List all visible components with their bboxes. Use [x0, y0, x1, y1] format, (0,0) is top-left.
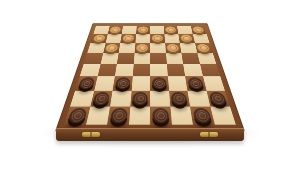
square-c2[interactable]	[110, 90, 131, 106]
checker-light[interactable]	[92, 35, 105, 42]
square-d2[interactable]	[130, 90, 150, 106]
square-f2[interactable]	[169, 90, 190, 106]
square-h4[interactable]	[200, 64, 221, 76]
square-f4[interactable]	[167, 64, 186, 76]
square-d3[interactable]	[131, 76, 150, 90]
checker-dark[interactable]	[78, 78, 95, 90]
square-e1[interactable]	[150, 106, 171, 124]
brass-hinge-icon	[82, 132, 100, 137]
square-b4[interactable]	[97, 64, 117, 76]
product-photo-stage	[0, 0, 300, 169]
checker-dark[interactable]	[208, 92, 227, 105]
checker-dark[interactable]	[152, 108, 169, 123]
checker-light[interactable]	[167, 44, 180, 52]
checker-light[interactable]	[192, 27, 205, 34]
square-e2[interactable]	[150, 90, 170, 106]
square-c7[interactable]	[120, 34, 136, 43]
checker-dark[interactable]	[67, 108, 88, 123]
square-b6[interactable]	[103, 43, 120, 53]
square-b3[interactable]	[94, 76, 115, 90]
square-d4[interactable]	[132, 64, 150, 76]
checker-dark[interactable]	[132, 92, 148, 105]
square-c4[interactable]	[115, 64, 134, 76]
square-f8[interactable]	[164, 26, 179, 34]
checker-dark[interactable]	[110, 108, 128, 123]
square-e3[interactable]	[150, 76, 169, 90]
board-front-rail	[56, 128, 244, 141]
square-c5[interactable]	[117, 53, 134, 64]
checker-light[interactable]	[105, 44, 119, 52]
checker-light[interactable]	[196, 44, 210, 52]
checker-dark[interactable]	[152, 78, 167, 90]
square-h2[interactable]	[206, 90, 230, 106]
square-h6[interactable]	[195, 43, 213, 53]
checker-light[interactable]	[180, 35, 193, 42]
checker-dark[interactable]	[171, 92, 188, 105]
square-c6[interactable]	[119, 43, 135, 53]
square-e7[interactable]	[150, 34, 165, 43]
checker-light[interactable]	[137, 27, 148, 34]
square-h5[interactable]	[197, 53, 216, 64]
checker-light[interactable]	[109, 27, 121, 34]
square-e5[interactable]	[150, 53, 167, 64]
square-e4[interactable]	[150, 64, 168, 76]
square-h7[interactable]	[192, 34, 209, 43]
board-grid	[64, 26, 236, 125]
square-e8[interactable]	[150, 26, 164, 34]
square-f6[interactable]	[165, 43, 181, 53]
checker-light[interactable]	[165, 27, 177, 34]
square-d7[interactable]	[135, 34, 150, 43]
checker-light[interactable]	[136, 44, 148, 52]
square-f7[interactable]	[164, 34, 180, 43]
checker-light[interactable]	[122, 35, 134, 42]
square-b7[interactable]	[105, 34, 121, 43]
square-f5[interactable]	[166, 53, 183, 64]
brass-hinge-icon	[200, 132, 218, 137]
board-frame	[55, 23, 245, 131]
square-c1[interactable]	[107, 106, 130, 124]
checker-dark[interactable]	[115, 78, 131, 90]
square-b2[interactable]	[90, 90, 113, 106]
square-d8[interactable]	[136, 26, 150, 34]
square-d5[interactable]	[133, 53, 150, 64]
square-h8[interactable]	[191, 26, 207, 34]
checker-dark[interactable]	[192, 108, 211, 123]
square-h1[interactable]	[210, 106, 236, 124]
square-h3[interactable]	[203, 76, 225, 90]
checkers-board	[55, 23, 245, 131]
square-e6[interactable]	[150, 43, 166, 53]
square-c3[interactable]	[113, 76, 133, 90]
square-b8[interactable]	[108, 26, 123, 34]
checker-dark[interactable]	[187, 78, 204, 90]
square-d6[interactable]	[134, 43, 150, 53]
checker-dark[interactable]	[93, 92, 111, 105]
square-c8[interactable]	[122, 26, 137, 34]
checker-light[interactable]	[152, 35, 164, 42]
square-f3[interactable]	[168, 76, 188, 90]
square-d1[interactable]	[129, 106, 150, 124]
square-b5[interactable]	[100, 53, 118, 64]
